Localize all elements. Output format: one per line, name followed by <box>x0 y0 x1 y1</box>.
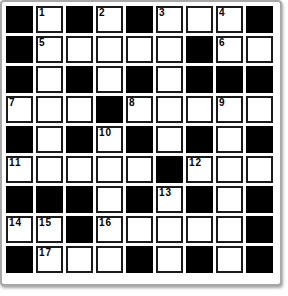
cell-r2c8[interactable]: 6 <box>216 36 243 63</box>
cell-r3c5 <box>126 66 153 93</box>
cell-r3c4[interactable] <box>96 66 123 93</box>
cell-r6c2[interactable] <box>36 156 63 183</box>
cell-r1c1 <box>6 6 33 33</box>
cell-r8c6[interactable] <box>156 216 183 243</box>
clue-number: 6 <box>219 37 226 49</box>
cell-r5c9 <box>246 126 273 153</box>
clue-number: 7 <box>9 97 16 109</box>
cell-r1c3 <box>66 6 93 33</box>
cell-r6c1[interactable]: 11 <box>6 156 33 183</box>
cell-r2c1 <box>6 36 33 63</box>
cell-r3c2[interactable] <box>36 66 63 93</box>
cell-r4c5[interactable]: 8 <box>126 96 153 123</box>
cell-r1c9 <box>246 6 273 33</box>
cell-r2c3[interactable] <box>66 36 93 63</box>
cell-r4c4 <box>96 96 123 123</box>
cell-r5c4[interactable]: 10 <box>96 126 123 153</box>
clue-number: 2 <box>99 7 106 19</box>
cell-r5c1 <box>6 126 33 153</box>
clue-number: 12 <box>189 157 202 169</box>
clue-number: 16 <box>99 217 112 229</box>
cell-r6c5[interactable] <box>126 156 153 183</box>
crossword-frame: 1234567891011121314151617 <box>0 0 282 286</box>
clue-number: 10 <box>99 127 112 139</box>
cell-r3c8 <box>216 66 243 93</box>
cell-r4c6[interactable] <box>156 96 183 123</box>
cell-r4c8[interactable]: 9 <box>216 96 243 123</box>
cell-r1c6[interactable]: 3 <box>156 6 183 33</box>
cell-r9c1 <box>6 246 33 273</box>
cell-r7c9 <box>246 186 273 213</box>
cell-r4c9[interactable] <box>246 96 273 123</box>
cell-r8c3 <box>66 216 93 243</box>
clue-number: 11 <box>9 157 22 169</box>
cell-r1c4[interactable]: 2 <box>96 6 123 33</box>
clue-number: 15 <box>39 217 52 229</box>
cell-r1c5 <box>126 6 153 33</box>
cell-r4c1[interactable]: 7 <box>6 96 33 123</box>
cell-r4c7[interactable] <box>186 96 213 123</box>
cell-r8c1[interactable]: 14 <box>6 216 33 243</box>
clue-number: 9 <box>219 97 226 109</box>
cell-r9c6[interactable] <box>156 246 183 273</box>
cell-r8c7[interactable] <box>186 216 213 243</box>
cell-r1c7[interactable] <box>186 6 213 33</box>
cell-r8c5[interactable] <box>126 216 153 243</box>
clue-number: 1 <box>39 7 46 19</box>
cell-r9c3[interactable] <box>66 246 93 273</box>
cell-r3c7 <box>186 66 213 93</box>
clue-number: 3 <box>159 7 166 19</box>
cell-r6c7[interactable]: 12 <box>186 156 213 183</box>
cell-r3c9 <box>246 66 273 93</box>
cell-r4c3[interactable] <box>66 96 93 123</box>
cell-r2c7 <box>186 36 213 63</box>
crossword-board: 1234567891011121314151617 <box>6 6 273 273</box>
cell-r3c1 <box>6 66 33 93</box>
cell-r1c8[interactable]: 4 <box>216 6 243 33</box>
cell-r9c9 <box>246 246 273 273</box>
cell-r7c6[interactable]: 13 <box>156 186 183 213</box>
cell-r5c2[interactable] <box>36 126 63 153</box>
cell-r7c5 <box>126 186 153 213</box>
cell-r5c3 <box>66 126 93 153</box>
cell-r3c6[interactable] <box>156 66 183 93</box>
clue-number: 8 <box>129 97 136 109</box>
clue-number: 5 <box>39 37 46 49</box>
cell-r6c8[interactable] <box>216 156 243 183</box>
cell-r5c8[interactable] <box>216 126 243 153</box>
cell-r9c2[interactable]: 17 <box>36 246 63 273</box>
cell-r9c7 <box>186 246 213 273</box>
cell-r7c2 <box>36 186 63 213</box>
cell-r9c5 <box>126 246 153 273</box>
cell-r8c9 <box>246 216 273 243</box>
cell-r2c6[interactable] <box>156 36 183 63</box>
cell-r9c4[interactable] <box>96 246 123 273</box>
cell-r2c4[interactable] <box>96 36 123 63</box>
cell-r2c9[interactable] <box>246 36 273 63</box>
clue-number: 4 <box>219 7 226 19</box>
cell-r5c7 <box>186 126 213 153</box>
cell-r7c1 <box>6 186 33 213</box>
cell-r7c4[interactable] <box>96 186 123 213</box>
clue-number: 13 <box>159 187 172 199</box>
cell-r9c8[interactable] <box>216 246 243 273</box>
cell-r4c2[interactable] <box>36 96 63 123</box>
cell-r5c6[interactable] <box>156 126 183 153</box>
cell-r7c3 <box>66 186 93 213</box>
clue-number: 17 <box>39 247 52 259</box>
cell-r6c3[interactable] <box>66 156 93 183</box>
cell-r8c8[interactable] <box>216 216 243 243</box>
cell-r6c4[interactable] <box>96 156 123 183</box>
cell-r8c4[interactable]: 16 <box>96 216 123 243</box>
cell-r2c2[interactable]: 5 <box>36 36 63 63</box>
cell-r2c5[interactable] <box>126 36 153 63</box>
cell-r1c2[interactable]: 1 <box>36 6 63 33</box>
cell-r5c5 <box>126 126 153 153</box>
cell-r3c3 <box>66 66 93 93</box>
clue-number: 14 <box>9 217 22 229</box>
cell-r7c8[interactable] <box>216 186 243 213</box>
cell-r6c9[interactable] <box>246 156 273 183</box>
cell-r6c6 <box>156 156 183 183</box>
cell-r8c2[interactable]: 15 <box>36 216 63 243</box>
cell-r7c7 <box>186 186 213 213</box>
